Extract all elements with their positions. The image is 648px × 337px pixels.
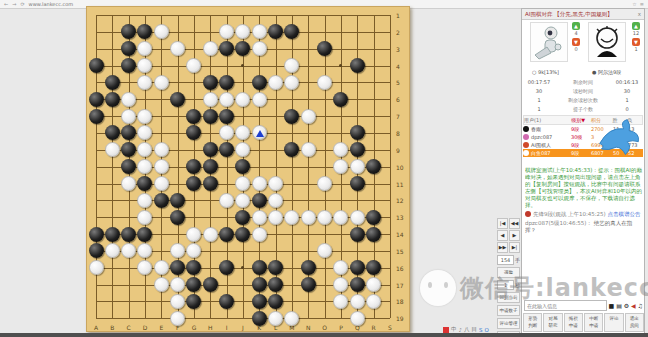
chat-toolbar-icon[interactable]: ▤ — [616, 302, 622, 309]
column-label: A — [90, 324, 102, 331]
stone-black-H10 — [203, 159, 218, 174]
stone-black-H11 — [203, 176, 218, 191]
stone-white-J12 — [235, 193, 250, 208]
stone-white-F17 — [170, 277, 185, 292]
stone-black-H17 — [203, 277, 218, 292]
stone-white-B9 — [105, 142, 120, 157]
stone-black-J3 — [235, 41, 250, 56]
grid-line — [96, 318, 390, 319]
stone-black-D14 — [137, 227, 152, 242]
stone-white-K13 — [252, 210, 267, 225]
stone-white-K8 — [252, 125, 267, 140]
stone-white-F3 — [170, 41, 185, 56]
wechat-logo-icon — [420, 270, 456, 306]
forward-icon[interactable]: → — [12, 1, 16, 7]
stone-black-J10 — [235, 159, 250, 174]
user-icon — [523, 142, 529, 148]
stone-black-F13 — [170, 210, 185, 225]
row-label: 11 — [396, 181, 404, 188]
stone-white-Q19 — [350, 311, 365, 326]
column-label: D — [139, 324, 151, 331]
clock-stat-row: 1剩余读秒次数1 — [522, 96, 644, 105]
stone-black-H5 — [203, 75, 218, 90]
stone-black-F16 — [170, 260, 185, 275]
go-client-window: ← → ⟳ www.lankecc.com ☆ ≡ ABCDEFGHIJKLMN… — [0, 0, 648, 337]
left-player-name: ○ 9k[13%] — [532, 69, 559, 75]
row-label: 9 — [396, 147, 400, 154]
stone-white-K2 — [252, 24, 267, 39]
right-thumbs-down-icon[interactable]: ▼ — [632, 38, 640, 46]
stone-white-D10 — [137, 159, 152, 174]
stone-black-I18 — [219, 294, 234, 309]
panel-title: xAI围棋对弈 【分先,黑先,中国规则】 — [522, 9, 644, 20]
column-label: N — [302, 324, 314, 331]
stone-black-G11 — [186, 176, 201, 191]
stone-white-D15 — [137, 243, 152, 258]
blue-bird-graphic — [596, 117, 642, 159]
stone-white-M13 — [284, 210, 299, 225]
chat-message: 先锋9段(观战 上午10:45:25) 点击棋谱公告 — [525, 211, 643, 218]
grid-line — [325, 15, 326, 318]
stone-white-D16 — [137, 260, 152, 275]
stone-white-K6 — [252, 92, 267, 107]
stone-white-H6 — [203, 92, 218, 107]
stone-white-A16 — [89, 260, 104, 275]
stone-white-D5 — [137, 75, 152, 90]
stone-black-C8 — [121, 125, 136, 140]
row-label: 7 — [396, 113, 400, 120]
stone-black-L2 — [268, 24, 283, 39]
stone-black-A14 — [89, 227, 104, 242]
stone-black-G17 — [186, 277, 201, 292]
move-controls: |◀◀◀◀▶▶▶▶| 154手 调整 1秒 回到当前申请数子评论管理关闭棋盘 — [497, 218, 520, 337]
bottom-window-edge — [0, 333, 648, 337]
stone-white-J9 — [235, 142, 250, 157]
stone-white-E11 — [154, 176, 169, 191]
stone-black-I16 — [219, 260, 234, 275]
move-number-box[interactable]: 154 — [497, 255, 514, 265]
smiley-avatar-image — [589, 23, 625, 61]
nav-arrow-button[interactable]: ◀◀ — [509, 218, 520, 229]
chat-toolbar-icon[interactable]: ◀ — [631, 302, 636, 309]
stone-black-B8 — [105, 125, 120, 140]
stone-white-Q10 — [350, 159, 365, 174]
stone-black-A4 — [89, 58, 104, 73]
mini-toolbar-icon[interactable]: S — [479, 327, 483, 333]
stone-white-P18 — [333, 294, 348, 309]
stone-black-G10 — [186, 159, 201, 174]
stone-white-D7 — [137, 109, 152, 124]
chat-toolbar-icon[interactable]: ■ — [609, 302, 615, 309]
column-label: R — [368, 324, 380, 331]
stone-black-D11 — [137, 176, 152, 191]
stone-black-Q16 — [350, 260, 365, 275]
clock-stat-row: 00:17:57剩余时间00:16:13 — [522, 78, 644, 87]
menu-icon[interactable]: ≡ — [640, 1, 644, 7]
stone-black-I14 — [219, 227, 234, 242]
stone-black-J13 — [235, 210, 250, 225]
stone-white-N7 — [301, 109, 316, 124]
stone-black-O3 — [317, 41, 332, 56]
robot-avatar-image — [531, 23, 567, 61]
user-table-header-cell[interactable]: 用户(1) — [524, 116, 571, 124]
panel-action-button[interactable]: 形势判断 — [523, 313, 542, 332]
row-label: 6 — [396, 96, 400, 103]
stone-black-D2 — [137, 24, 152, 39]
stone-black-P6 — [333, 92, 348, 107]
stone-black-M9 — [284, 142, 299, 157]
stone-white-L11 — [268, 176, 283, 191]
kifu-link[interactable]: 点击棋谱公告 — [608, 211, 641, 217]
row-label: 15 — [396, 248, 404, 255]
stone-black-L17 — [268, 277, 283, 292]
mini-toolbar-icon[interactable]: ♪ — [459, 327, 463, 333]
stone-white-L13 — [268, 210, 283, 225]
back-icon[interactable]: ← — [4, 1, 8, 7]
stone-white-F15 — [170, 243, 185, 258]
stone-white-N9 — [301, 142, 316, 157]
row-label: 19 — [396, 315, 404, 322]
right-player-name: ● 阿尔法9段 — [592, 69, 621, 75]
url-bar[interactable]: www.lankecc.com — [29, 1, 74, 7]
stone-black-A6 — [89, 92, 104, 107]
panel-action-button[interactable]: 对局研究 — [543, 313, 562, 332]
stone-white-H3 — [203, 41, 218, 56]
row-label: 4 — [396, 63, 400, 70]
stone-black-G8 — [186, 125, 201, 140]
stone-black-R13 — [366, 210, 381, 225]
stone-white-L5 — [268, 75, 283, 90]
column-label: B — [106, 324, 118, 331]
close-icon[interactable]: x — [638, 9, 641, 19]
stone-white-D9 — [137, 142, 152, 157]
stone-white-P17 — [333, 277, 348, 292]
panel-action-button[interactable]: 评论 — [604, 313, 623, 332]
stone-black-N17 — [301, 277, 316, 292]
black-stone-icon: ● — [592, 69, 596, 75]
white-stone-icon: ○ — [532, 69, 536, 75]
stone-black-Q8 — [350, 125, 365, 140]
stone-white-G15 — [186, 243, 201, 258]
stone-white-H14 — [203, 227, 218, 242]
control-button[interactable]: 评论管理 — [497, 318, 520, 329]
stone-white-G4 — [186, 58, 201, 73]
stone-black-B5 — [105, 75, 120, 90]
stone-black-C4 — [121, 58, 136, 73]
stone-black-C10 — [121, 159, 136, 174]
stone-black-K19 — [252, 311, 267, 326]
go-board[interactable]: ABCDEFGHIJKLMNOPQRS123456789101112131415… — [86, 6, 410, 332]
bottom-mini-toolbar: 中♪八目SO — [443, 326, 489, 333]
stone-white-D12 — [137, 193, 152, 208]
reload-icon[interactable]: ⟳ — [20, 1, 24, 7]
stone-black-M7 — [284, 109, 299, 124]
players-row: ▲ 4 ▼ 0 ▲ 12 ▼ 1 — [522, 20, 644, 68]
stone-white-I12 — [219, 193, 234, 208]
column-label: C — [123, 324, 135, 331]
stone-black-K5 — [252, 75, 267, 90]
stone-white-P16 — [333, 260, 348, 275]
stone-white-R18 — [366, 294, 381, 309]
stone-black-C2 — [121, 24, 136, 39]
stone-white-O15 — [317, 243, 332, 258]
right-player-avatar — [588, 22, 626, 62]
stone-black-J14 — [235, 227, 250, 242]
chat-toolbar-icon[interactable]: ♫ — [638, 302, 643, 309]
mini-toolbar-icon[interactable]: 中 — [451, 326, 457, 333]
stone-black-C9 — [121, 142, 136, 157]
row-label: 10 — [396, 164, 404, 171]
stone-black-Q17 — [350, 277, 365, 292]
stone-white-O5 — [317, 75, 332, 90]
column-label: G — [188, 324, 200, 331]
stone-white-Q13 — [350, 210, 365, 225]
stone-black-I3 — [219, 41, 234, 56]
chat-input-row: ■ ▤ ⚙ ◀ ♫ — [524, 300, 643, 311]
last-move-marker — [256, 130, 264, 137]
stone-black-F6 — [170, 92, 185, 107]
stone-black-Q14 — [350, 227, 365, 242]
stone-black-I9 — [219, 142, 234, 157]
column-label: S — [384, 324, 396, 331]
row-label: 12 — [396, 197, 404, 204]
column-label: E — [155, 324, 167, 331]
action-button-grid: 形势判断对局研究悔棋申请中断申请评论退出房间 — [523, 313, 644, 332]
stone-white-R17 — [366, 277, 381, 292]
row-label: 5 — [396, 79, 400, 86]
clock-stat-row: 1提子个数0 — [522, 105, 644, 114]
stone-white-J8 — [235, 125, 250, 140]
column-label: P — [335, 324, 347, 331]
stone-black-K18 — [252, 294, 267, 309]
panel-action-button[interactable]: 中断申请 — [584, 313, 603, 332]
stone-white-I8 — [219, 125, 234, 140]
right-thumbs-down-count: 1 — [630, 46, 642, 52]
right-thumbs-up-count: 12 — [630, 30, 642, 36]
stone-black-N16 — [301, 260, 316, 275]
mini-toolbar-icon[interactable]: 目 — [472, 326, 478, 333]
stone-white-L19 — [268, 311, 283, 326]
stone-white-F19 — [170, 311, 185, 326]
row-label: 13 — [396, 214, 404, 221]
stone-black-L18 — [268, 294, 283, 309]
stone-black-A7 — [89, 109, 104, 124]
stone-white-L12 — [268, 193, 283, 208]
announcement-text: 棋牌室测试(上午10:45:33)：提示：围棋AI的巅峰对决，如果遇到对局出现问… — [525, 167, 643, 209]
stone-white-N13 — [301, 210, 316, 225]
clock-stat-row: 30读秒时间30 — [522, 87, 644, 96]
user-icon — [523, 134, 529, 140]
seconds-unit-label: 秒 — [515, 282, 520, 288]
stone-black-C3 — [121, 41, 136, 56]
stone-black-G7 — [186, 109, 201, 124]
stone-black-Q9 — [350, 142, 365, 157]
stone-black-I7 — [219, 109, 234, 124]
stone-white-E5 — [154, 75, 169, 90]
grid-line — [390, 15, 391, 318]
row-label: 2 — [396, 29, 400, 36]
stone-black-R10 — [366, 159, 381, 174]
left-thumbs-up-count: 4 — [570, 30, 582, 36]
stone-white-J6 — [235, 92, 250, 107]
stone-black-H7 — [203, 109, 218, 124]
panel-action-button[interactable]: 退出房间 — [625, 313, 644, 332]
panel-action-button[interactable]: 悔棋申请 — [564, 313, 583, 332]
stone-black-K12 — [252, 193, 267, 208]
row-label: 14 — [396, 231, 404, 238]
row-label: 8 — [396, 130, 400, 137]
stone-white-P13 — [333, 210, 348, 225]
red-square-icon[interactable] — [443, 327, 449, 333]
left-thumbs-down-icon[interactable]: ▼ — [572, 38, 580, 46]
stone-white-I6 — [219, 92, 234, 107]
stone-black-R16 — [366, 260, 381, 275]
stone-white-E16 — [154, 260, 169, 275]
stone-black-H9 — [203, 142, 218, 157]
stone-black-M2 — [284, 24, 299, 39]
stone-white-J2 — [235, 24, 250, 39]
stone-white-G14 — [186, 227, 201, 242]
stone-black-A15 — [89, 243, 104, 258]
left-player-avatar — [530, 22, 568, 62]
adjust-button[interactable]: 调整 — [497, 267, 520, 278]
seconds-box[interactable]: 1 — [497, 280, 514, 290]
stone-white-J11 — [235, 176, 250, 191]
stone-white-D13 — [137, 210, 152, 225]
row-label: 1 — [396, 12, 400, 19]
row-label: 3 — [396, 46, 400, 53]
nav-arrow-button[interactable]: |◀ — [497, 218, 508, 229]
nav-arrow-button[interactable]: ▶▶ — [497, 242, 508, 253]
stone-white-F18 — [170, 294, 185, 309]
stone-white-P10 — [333, 159, 348, 174]
row-label: 18 — [396, 298, 404, 305]
stone-white-E2 — [154, 24, 169, 39]
user-table-header-cell[interactable]: 级别▼ — [571, 116, 591, 124]
stone-black-B14 — [105, 227, 120, 242]
column-label: I — [221, 324, 233, 331]
stone-white-K3 — [252, 41, 267, 56]
stone-white-E17 — [154, 277, 169, 292]
stone-black-G18 — [186, 294, 201, 309]
control-button[interactable]: 申请数子 — [497, 305, 520, 316]
stone-white-E9 — [154, 142, 169, 157]
stone-black-Q11 — [350, 176, 365, 191]
stone-black-G16 — [186, 260, 201, 275]
chat-message: dpzc087(5级10:46:55)： 绝艺的真人在指挥？ — [525, 220, 643, 234]
stone-white-O13 — [317, 210, 332, 225]
stone-black-E12 — [154, 193, 169, 208]
left-thumbs-down-count: 0 — [570, 46, 582, 52]
stone-white-D3 — [137, 41, 152, 56]
column-label: J — [237, 324, 249, 331]
stone-white-B15 — [105, 243, 120, 258]
stone-white-P9 — [333, 142, 348, 157]
stone-black-Q4 — [350, 58, 365, 73]
stone-white-Q18 — [350, 294, 365, 309]
bookmark-icon[interactable]: ☆ — [632, 1, 636, 7]
nav-arrow-button[interactable]: ◀ — [497, 230, 508, 241]
user-icon — [523, 126, 529, 132]
stone-white-O11 — [317, 176, 332, 191]
move-unit-label: 手 — [515, 257, 520, 263]
row-label: 16 — [396, 265, 404, 272]
stone-white-M5 — [284, 75, 299, 90]
star-point — [339, 64, 342, 67]
nav-arrow-button[interactable]: ▶| — [509, 242, 520, 253]
user-icon — [523, 150, 529, 156]
stone-white-M4 — [284, 58, 299, 73]
clock-stats: 00:17:57剩余时间00:16:1330读秒时间301剩余读秒次数11提子个… — [522, 78, 644, 114]
stone-white-C7 — [121, 109, 136, 124]
right-thumbs-up-icon[interactable]: ▲ — [632, 22, 640, 30]
mini-toolbar-icon[interactable]: 八 — [464, 326, 470, 333]
stone-black-K16 — [252, 260, 267, 275]
stone-white-D8 — [137, 125, 152, 140]
nav-arrow-button[interactable]: ▶ — [509, 230, 520, 241]
stone-white-K14 — [252, 227, 267, 242]
stone-black-I5 — [219, 75, 234, 90]
game-panel: xAI围棋对弈 【分先,黑先,中国规则】 ▲ 4 ▼ 0 — [521, 8, 645, 334]
chat-toolbar-icon[interactable]: ⚙ — [624, 302, 629, 309]
control-button[interactable]: 回到当前 — [497, 292, 520, 303]
column-label: H — [204, 324, 216, 331]
stone-black-C14 — [121, 227, 136, 242]
stone-black-F12 — [170, 193, 185, 208]
stone-white-K11 — [252, 176, 267, 191]
user-avatar-icon — [525, 211, 531, 217]
stone-white-I2 — [219, 24, 234, 39]
stone-white-D4 — [137, 58, 152, 73]
stone-white-C11 — [121, 176, 136, 191]
stone-white-C6 — [121, 92, 136, 107]
stone-white-C15 — [121, 243, 136, 258]
stone-black-L16 — [268, 260, 283, 275]
chat-area[interactable]: 棋牌室测试(上午10:45:33)：提示：围棋AI的巅峰对决，如果遇到对局出现问… — [525, 167, 643, 299]
stone-black-K17 — [252, 277, 267, 292]
row-label: 17 — [396, 282, 404, 289]
stone-black-B6 — [105, 92, 120, 107]
stone-black-R14 — [366, 227, 381, 242]
left-thumbs-up-icon[interactable]: ▲ — [572, 22, 580, 30]
chat-input[interactable] — [524, 300, 607, 311]
stone-white-E10 — [154, 159, 169, 174]
column-label: O — [319, 324, 331, 331]
mini-toolbar-icon[interactable]: O — [485, 327, 489, 333]
